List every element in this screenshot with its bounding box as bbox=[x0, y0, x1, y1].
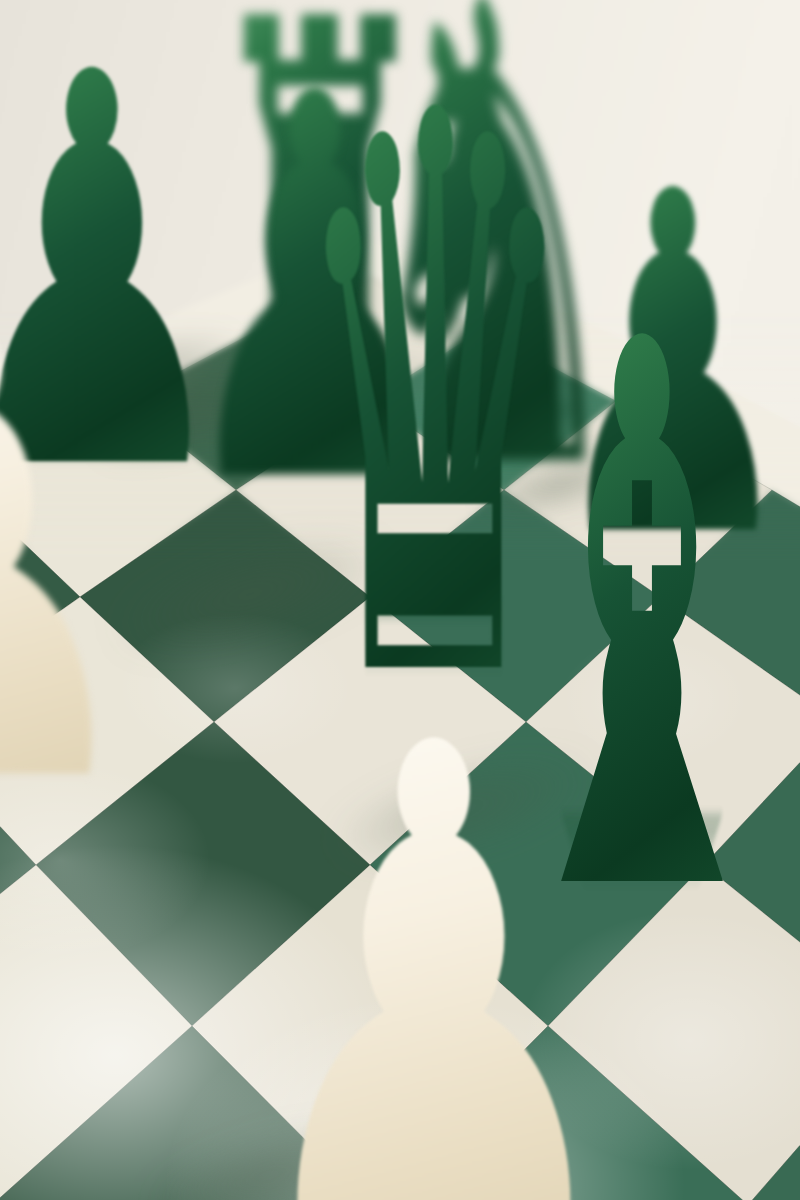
chess-board bbox=[0, 0, 800, 1200]
chess-photo-scene: ♜♜♞♞♟♟♟♟♛♛♝♝♟♟♟♟♟♟ bbox=[0, 0, 800, 1200]
